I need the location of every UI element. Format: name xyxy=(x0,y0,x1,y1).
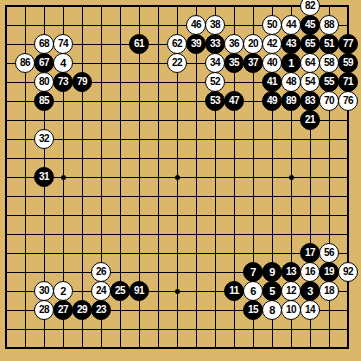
star-point-3-9 xyxy=(61,175,66,180)
stone-black-49-P14[interactable]: 49 xyxy=(262,91,282,111)
stone-white-24-F4[interactable]: 24 xyxy=(91,281,111,301)
stone-white-22-K16[interactable]: 22 xyxy=(167,53,187,73)
stone-black-15-O3[interactable]: 15 xyxy=(243,300,263,320)
stone-white-68-C17[interactable]: 68 xyxy=(34,34,54,54)
stone-black-39-L17[interactable]: 39 xyxy=(186,34,206,54)
stone-black-51-S17[interactable]: 51 xyxy=(319,34,339,54)
stone-black-35-N16[interactable]: 35 xyxy=(224,53,244,73)
stone-black-9-P5[interactable]: 9 xyxy=(262,262,282,282)
stone-black-23-F3[interactable]: 23 xyxy=(91,300,111,320)
stone-black-29-E3[interactable]: 29 xyxy=(72,300,92,320)
stone-black-27-D3[interactable]: 27 xyxy=(53,300,73,320)
stone-white-82-R19[interactable]: 82 xyxy=(300,0,320,16)
stone-black-5-P4[interactable]: 5 xyxy=(262,281,282,301)
stone-white-62-K17[interactable]: 62 xyxy=(167,34,187,54)
stone-white-88-S18[interactable]: 88 xyxy=(319,15,339,35)
stone-white-80-C15[interactable]: 80 xyxy=(34,72,54,92)
stone-black-3-R4[interactable]: 3 xyxy=(300,281,320,301)
stone-black-13-Q5[interactable]: 13 xyxy=(281,262,301,282)
stone-white-58-S16[interactable]: 58 xyxy=(319,53,339,73)
stone-black-83-R14[interactable]: 83 xyxy=(300,91,320,111)
stone-white-54-R15[interactable]: 54 xyxy=(300,72,320,92)
stone-black-67-C16[interactable]: 67 xyxy=(34,53,54,73)
stone-black-45-R18[interactable]: 45 xyxy=(300,15,320,35)
stone-black-43-Q17[interactable]: 43 xyxy=(281,34,301,54)
stone-white-20-O17[interactable]: 20 xyxy=(243,34,263,54)
grid-line-horizontal-17 xyxy=(5,329,349,330)
stone-black-89-Q14[interactable]: 89 xyxy=(281,91,301,111)
stone-white-10-Q3[interactable]: 10 xyxy=(281,300,301,320)
stone-black-53-M14[interactable]: 53 xyxy=(205,91,225,111)
stone-white-70-S14[interactable]: 70 xyxy=(319,91,339,111)
stone-black-71-T15[interactable]: 71 xyxy=(338,72,358,92)
stone-white-2-D4[interactable]: 2 xyxy=(53,281,73,301)
stone-white-74-D17[interactable]: 74 xyxy=(53,34,73,54)
stone-black-73-D15[interactable]: 73 xyxy=(53,72,73,92)
stone-white-46-L18[interactable]: 46 xyxy=(186,15,206,35)
stone-white-30-C4[interactable]: 30 xyxy=(34,281,54,301)
star-point-15-9 xyxy=(289,175,294,180)
grid-line-vertical-10 xyxy=(196,5,197,349)
stone-white-38-M18[interactable]: 38 xyxy=(205,15,225,35)
stone-white-52-M15[interactable]: 52 xyxy=(205,72,225,92)
stone-white-8-P3[interactable]: 8 xyxy=(262,300,282,320)
stone-white-56-S6[interactable]: 56 xyxy=(319,243,339,263)
stone-black-11-N4[interactable]: 11 xyxy=(224,281,244,301)
stone-white-48-Q15[interactable]: 48 xyxy=(281,72,301,92)
go-board[interactable]: 1234567891011121314151617181920212223242… xyxy=(0,0,361,361)
grid-line-horizontal-13 xyxy=(5,253,349,254)
stone-black-79-E15[interactable]: 79 xyxy=(72,72,92,92)
stone-black-85-C14[interactable]: 85 xyxy=(34,91,54,111)
stone-white-26-F5[interactable]: 26 xyxy=(91,262,111,282)
stone-black-41-P15[interactable]: 41 xyxy=(262,72,282,92)
stone-white-36-N17[interactable]: 36 xyxy=(224,34,244,54)
stone-black-47-N14[interactable]: 47 xyxy=(224,91,244,111)
stone-black-77-T17[interactable]: 77 xyxy=(338,34,358,54)
grid-line-horizontal-10 xyxy=(5,196,349,197)
stone-white-44-Q18[interactable]: 44 xyxy=(281,15,301,35)
stone-black-65-R17[interactable]: 65 xyxy=(300,34,320,54)
stone-white-32-C12[interactable]: 32 xyxy=(34,129,54,149)
stone-black-25-G4[interactable]: 25 xyxy=(110,281,130,301)
stone-white-6-O4[interactable]: 6 xyxy=(243,281,263,301)
stone-black-1-Q16[interactable]: 1 xyxy=(281,53,301,73)
stone-white-34-M16[interactable]: 34 xyxy=(205,53,225,73)
stone-black-55-S15[interactable]: 55 xyxy=(319,72,339,92)
stone-white-64-R16[interactable]: 64 xyxy=(300,53,320,73)
grid-line-horizontal-12 xyxy=(5,234,349,235)
stone-white-28-C3[interactable]: 28 xyxy=(34,300,54,320)
star-point-9-15 xyxy=(175,289,180,294)
stone-white-4-D16[interactable]: 4 xyxy=(53,53,73,73)
stone-white-42-P17[interactable]: 42 xyxy=(262,34,282,54)
stone-white-40-P16[interactable]: 40 xyxy=(262,53,282,73)
stone-white-18-S4[interactable]: 18 xyxy=(319,281,339,301)
stone-white-12-Q4[interactable]: 12 xyxy=(281,281,301,301)
stone-black-31-C10[interactable]: 31 xyxy=(34,167,54,187)
stone-white-16-R5[interactable]: 16 xyxy=(300,262,320,282)
stone-black-19-S5[interactable]: 19 xyxy=(319,262,339,282)
star-point-9-9 xyxy=(175,175,180,180)
stone-white-50-P18[interactable]: 50 xyxy=(262,15,282,35)
grid-line-horizontal-11 xyxy=(5,215,349,216)
stone-white-92-T5[interactable]: 92 xyxy=(338,262,358,282)
grid-line-horizontal-18 xyxy=(5,347,349,349)
stone-black-91-H4[interactable]: 91 xyxy=(129,281,149,301)
stone-black-17-R6[interactable]: 17 xyxy=(300,243,320,263)
stone-black-59-T16[interactable]: 59 xyxy=(338,53,358,73)
stone-black-33-M17[interactable]: 33 xyxy=(205,34,225,54)
stone-black-61-H17[interactable]: 61 xyxy=(129,34,149,54)
stone-white-86-B16[interactable]: 86 xyxy=(15,53,35,73)
stone-black-37-O16[interactable]: 37 xyxy=(243,53,263,73)
stone-white-76-T14[interactable]: 76 xyxy=(338,91,358,111)
stone-white-14-R3[interactable]: 14 xyxy=(300,300,320,320)
stone-black-21-R13[interactable]: 21 xyxy=(300,110,320,130)
stone-black-7-O5[interactable]: 7 xyxy=(243,262,263,282)
